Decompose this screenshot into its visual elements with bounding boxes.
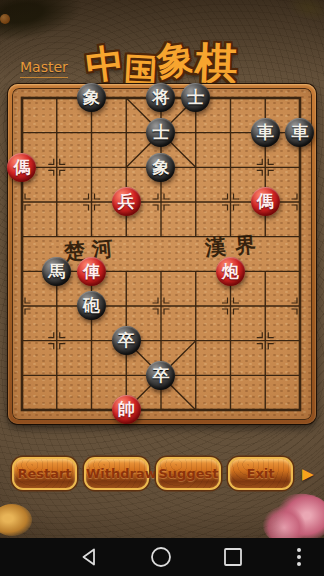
red-piece[interactable]: 兵	[112, 187, 141, 216]
black-piece[interactable]: 士	[146, 118, 175, 147]
restart-button[interactable]: Restart	[12, 457, 77, 490]
menu-icon[interactable]	[288, 546, 310, 568]
recents-icon[interactable]	[222, 546, 244, 568]
black-piece[interactable]: 馬	[42, 257, 71, 286]
berry-decoration	[0, 14, 10, 24]
black-piece[interactable]: 象	[77, 83, 106, 112]
black-piece[interactable]: 士	[181, 83, 210, 112]
exit-button[interactable]: Exit	[228, 457, 293, 490]
more-arrow-icon[interactable]: ▶	[302, 465, 314, 483]
flower-decoration	[0, 504, 32, 536]
red-piece[interactable]: 炮	[216, 257, 245, 286]
black-piece[interactable]: 卒	[112, 326, 141, 355]
red-piece[interactable]: 俥	[77, 257, 106, 286]
back-icon[interactable]	[79, 546, 101, 568]
withdraw-button[interactable]: Withdraw	[84, 457, 149, 490]
xiangqi-board[interactable]: 楚河 漢界 象将士士車車傌象兵傌馬俥炮砲卒卒帥	[8, 84, 316, 424]
app-screen: 中国象棋 Master 楚河 漢界 象将士士車車傌象兵傌馬俥炮砲卒卒帥 Rest…	[0, 0, 324, 576]
red-piece[interactable]: 傌	[7, 153, 36, 182]
difficulty-level-label: Master	[20, 59, 68, 78]
black-piece[interactable]: 車	[251, 118, 280, 147]
black-piece[interactable]: 卒	[146, 361, 175, 390]
black-piece[interactable]: 将	[146, 83, 175, 112]
red-piece[interactable]: 帥	[112, 395, 141, 424]
suggest-button[interactable]: Suggest	[156, 457, 221, 490]
android-nav-bar	[0, 538, 324, 576]
black-piece[interactable]: 砲	[77, 291, 106, 320]
black-piece[interactable]: 象	[146, 153, 175, 182]
toolbar: Restart Withdraw Suggest Exit ▶	[12, 457, 314, 490]
pieces-grid: 象将士士車車傌象兵傌馬俥炮砲卒卒帥	[5, 81, 318, 428]
home-icon[interactable]	[150, 546, 172, 568]
leaf-decoration	[283, 0, 324, 26]
red-piece[interactable]: 傌	[251, 187, 280, 216]
black-piece[interactable]: 車	[285, 118, 314, 147]
